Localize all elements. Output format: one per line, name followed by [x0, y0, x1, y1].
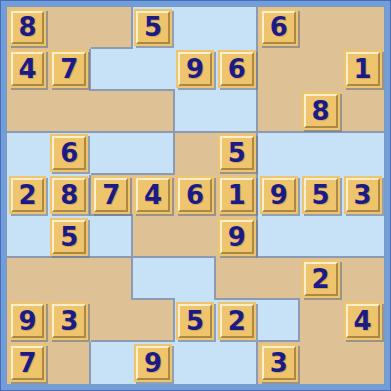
cell-r5c7[interactable]: 9: [258, 175, 300, 217]
tile-r5c8[interactable]: 5: [302, 176, 340, 214]
tile-r8c1[interactable]: 9: [9, 302, 47, 340]
cell-r4c6[interactable]: 5: [216, 133, 258, 175]
tile-number: 6: [60, 140, 78, 166]
cell-r2c7[interactable]: [258, 49, 300, 91]
cell-r9c8[interactable]: [300, 342, 342, 384]
cell-r2c5[interactable]: 9: [175, 49, 217, 91]
tile-r7c8[interactable]: 2: [302, 260, 340, 298]
cell-r2c8[interactable]: [300, 49, 342, 91]
tile-r8c5[interactable]: 5: [176, 302, 214, 340]
tile-r6c2[interactable]: 5: [50, 218, 88, 256]
cell-r8c7[interactable]: [258, 300, 300, 342]
tile-r9c7[interactable]: 3: [260, 344, 298, 382]
tile-r5c2[interactable]: 8: [50, 176, 88, 214]
tile-number: 5: [228, 140, 246, 166]
tile-r2c9[interactable]: 1: [344, 50, 382, 88]
tile-number: 2: [312, 266, 330, 292]
cell-r1c6[interactable]: [216, 7, 258, 49]
cell-r3c7[interactable]: [258, 91, 300, 133]
cell-r3c8[interactable]: 8: [300, 91, 342, 133]
cell-r4c1[interactable]: [7, 133, 49, 175]
cell-r2c9[interactable]: 1: [342, 49, 384, 91]
tile-number: 5: [144, 14, 162, 40]
tile-number: 8: [60, 182, 78, 208]
cell-r9c9[interactable]: [342, 342, 384, 384]
cell-r1c4[interactable]: 5: [133, 7, 175, 49]
cell-r7c5[interactable]: [175, 258, 217, 300]
cell-r5c4[interactable]: 4: [133, 175, 175, 217]
tile-r9c4[interactable]: 9: [134, 344, 172, 382]
tile-number: 5: [186, 308, 204, 334]
tile-number: 7: [102, 182, 120, 208]
tile-number: 8: [312, 98, 330, 124]
cell-r9c5[interactable]: [175, 342, 217, 384]
tile-r8c6[interactable]: 2: [218, 302, 256, 340]
cell-r4c7[interactable]: [258, 133, 300, 175]
tile-number: 3: [354, 182, 372, 208]
cell-r7c9[interactable]: [342, 258, 384, 300]
cell-r2c1[interactable]: 4: [7, 49, 49, 91]
cell-r6c9[interactable]: [342, 216, 384, 258]
cell-r6c1[interactable]: [7, 216, 49, 258]
cell-r6c4[interactable]: [133, 216, 175, 258]
cell-r8c6[interactable]: 2: [216, 300, 258, 342]
tile-number: 9: [228, 224, 246, 250]
cell-r8c1[interactable]: 9: [7, 300, 49, 342]
cell-r1c1[interactable]: 8: [7, 7, 49, 49]
cell-r7c3[interactable]: [91, 258, 133, 300]
cell-r4c8[interactable]: [300, 133, 342, 175]
tile-number: 3: [270, 350, 288, 376]
cell-r7c1[interactable]: [7, 258, 49, 300]
cell-r8c4[interactable]: [133, 300, 175, 342]
cell-r8c3[interactable]: [91, 300, 133, 342]
tile-r2c2[interactable]: 7: [50, 50, 88, 88]
tile-r2c6[interactable]: 6: [218, 50, 256, 88]
tile-number: 5: [60, 224, 78, 250]
cell-r1c3[interactable]: [91, 7, 133, 49]
tile-r6c6[interactable]: 9: [218, 218, 256, 256]
tile-r5c7[interactable]: 9: [260, 176, 298, 214]
cell-r8c2[interactable]: 3: [49, 300, 91, 342]
tile-number: 2: [228, 308, 246, 334]
cell-r9c2[interactable]: [49, 342, 91, 384]
tile-number: 6: [228, 56, 246, 82]
tile-number: 2: [18, 182, 36, 208]
cell-r8c5[interactable]: 5: [175, 300, 217, 342]
tile-r3c8[interactable]: 8: [302, 92, 340, 130]
cell-r4c4[interactable]: [133, 133, 175, 175]
cell-r9c1[interactable]: 7: [7, 342, 49, 384]
tile-number: 5: [312, 182, 330, 208]
tile-r5c9[interactable]: 3: [344, 176, 382, 214]
cell-r2c2[interactable]: 7: [49, 49, 91, 91]
cell-r4c5[interactable]: [175, 133, 217, 175]
tile-r8c9[interactable]: 4: [344, 302, 382, 340]
tile-number: 9: [186, 56, 204, 82]
tile-number: 6: [270, 14, 288, 40]
cell-r6c7[interactable]: [258, 216, 300, 258]
cell-r4c9[interactable]: [342, 133, 384, 175]
cell-r3c4[interactable]: [133, 91, 175, 133]
tile-number: 9: [144, 350, 162, 376]
tile-number: 3: [60, 308, 78, 334]
tile-number: 1: [354, 56, 372, 82]
cell-r9c7[interactable]: 3: [258, 342, 300, 384]
cell-r2c6[interactable]: 6: [216, 49, 258, 91]
cell-r7c2[interactable]: [49, 258, 91, 300]
cell-r7c6[interactable]: [216, 258, 258, 300]
cell-r3c6[interactable]: [216, 91, 258, 133]
cell-r5c3[interactable]: 7: [91, 175, 133, 217]
cell-r6c5[interactable]: [175, 216, 217, 258]
tile-r9c1[interactable]: 7: [9, 344, 47, 382]
cell-r2c4[interactable]: [133, 49, 175, 91]
tile-number: 8: [18, 14, 36, 40]
cell-r7c7[interactable]: [258, 258, 300, 300]
cell-r1c8[interactable]: [300, 7, 342, 49]
tile-r5c4[interactable]: 4: [134, 176, 172, 214]
cell-r3c5[interactable]: [175, 91, 217, 133]
cell-r6c8[interactable]: [300, 216, 342, 258]
sudoku-board: 8564796186528746195359293524793: [6, 6, 385, 385]
tile-number: 9: [18, 308, 36, 334]
tile-number: 1: [228, 182, 246, 208]
board-frame: 8564796186528746195359293524793: [0, 0, 391, 391]
cell-r1c7[interactable]: 6: [258, 7, 300, 49]
cell-r6c6[interactable]: 9: [216, 216, 258, 258]
cell-r5c9[interactable]: 3: [342, 175, 384, 217]
cell-r4c2[interactable]: 6: [49, 133, 91, 175]
tile-number: 4: [18, 56, 36, 82]
cell-r3c1[interactable]: [7, 91, 49, 133]
cell-r9c6[interactable]: [216, 342, 258, 384]
tile-r4c2[interactable]: 6: [50, 134, 88, 172]
cell-r8c8[interactable]: [300, 300, 342, 342]
cell-r5c2[interactable]: 8: [49, 175, 91, 217]
cell-r3c2[interactable]: [49, 91, 91, 133]
tile-r2c5[interactable]: 9: [176, 50, 214, 88]
cell-r9c4[interactable]: 9: [133, 342, 175, 384]
tile-number: 7: [18, 350, 36, 376]
cell-r5c1[interactable]: 2: [7, 175, 49, 217]
cell-r2c3[interactable]: [91, 49, 133, 91]
tile-r5c6[interactable]: 1: [218, 176, 256, 214]
tile-r1c1[interactable]: 8: [9, 9, 47, 47]
cell-r6c3[interactable]: [91, 216, 133, 258]
cell-r5c5[interactable]: 6: [175, 175, 217, 217]
cell-r7c8[interactable]: 2: [300, 258, 342, 300]
tile-r1c7[interactable]: 6: [260, 9, 298, 47]
cell-r6c2[interactable]: 5: [49, 216, 91, 258]
cell-r5c8[interactable]: 5: [300, 175, 342, 217]
tile-number: 7: [60, 56, 78, 82]
cell-r1c9[interactable]: [342, 7, 384, 49]
cell-r5c6[interactable]: 1: [216, 175, 258, 217]
cell-r3c9[interactable]: [342, 91, 384, 133]
cell-r9c3[interactable]: [91, 342, 133, 384]
tile-r5c1[interactable]: 2: [9, 176, 47, 214]
cell-r1c5[interactable]: [175, 7, 217, 49]
tile-r4c6[interactable]: 5: [218, 134, 256, 172]
tile-r1c4[interactable]: 5: [134, 9, 172, 47]
tile-number: 9: [270, 182, 288, 208]
cell-r7c4[interactable]: [133, 258, 175, 300]
cell-r4c3[interactable]: [91, 133, 133, 175]
cell-r1c2[interactable]: [49, 7, 91, 49]
tile-r5c3[interactable]: 7: [92, 176, 130, 214]
tile-number: 4: [354, 308, 372, 334]
tile-r5c5[interactable]: 6: [176, 176, 214, 214]
cell-r8c9[interactable]: 4: [342, 300, 384, 342]
tile-r8c2[interactable]: 3: [50, 302, 88, 340]
tile-number: 4: [144, 182, 162, 208]
cell-r3c3[interactable]: [91, 91, 133, 133]
tile-r2c1[interactable]: 4: [9, 50, 47, 88]
tile-number: 6: [186, 182, 204, 208]
